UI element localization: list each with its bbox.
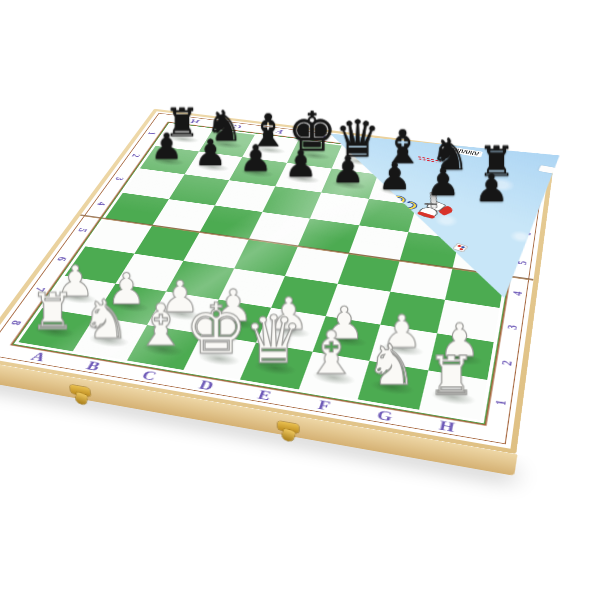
piece-white-king-d1[interactable]: ♚ (185, 294, 248, 364)
sword-hilt (424, 203, 436, 205)
piece-white-rook-a1[interactable]: ♜ (30, 286, 75, 336)
product-photo-scene: HGFEDCBA ABCDEFGH 12345678 87654321 CỜ V… (0, 0, 600, 600)
piece-white-knight-b1[interactable]: ♞ (82, 291, 130, 345)
piece-black-pawn-d7[interactable]: ♟ (285, 145, 318, 182)
piece-white-bishop-f1[interactable]: ♝ (305, 323, 358, 383)
cell-d6 (262, 186, 321, 218)
piece-black-pawn-f7[interactable]: ♟ (378, 157, 412, 194)
dice-icon (452, 243, 468, 253)
piece-black-pawn-g7[interactable]: ♟ (426, 163, 460, 201)
chess-board-3d: HGFEDCBA ABCDEFGH 12345678 87654321 CỜ V… (0, 109, 555, 455)
piece-black-pawn-e7[interactable]: ♟ (331, 151, 364, 188)
blank-label (538, 165, 564, 175)
piece-black-pawn-b7[interactable]: ♟ (195, 134, 227, 170)
cell-g1: ♞ (358, 361, 428, 410)
piece-black-pawn-c7[interactable]: ♟ (239, 140, 272, 177)
clasp-left[interactable] (65, 384, 96, 411)
piece-white-rook-h1[interactable]: ♜ (428, 349, 476, 403)
piece-white-queen-e1[interactable]: ♛ (244, 307, 303, 373)
clasp-right[interactable] (273, 420, 303, 448)
piece-white-knight-g1[interactable]: ♞ (366, 336, 417, 393)
piece-white-bishop-c1[interactable]: ♝ (135, 296, 187, 354)
piece-black-pawn-h7[interactable]: ♟ (475, 169, 509, 207)
